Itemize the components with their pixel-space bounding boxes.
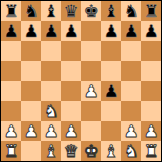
square-h2[interactable]: ♟: [141, 121, 161, 141]
square-f7[interactable]: ♟: [101, 21, 121, 41]
square-b3[interactable]: [21, 101, 41, 121]
square-c1[interactable]: ♝: [41, 141, 61, 161]
square-g1[interactable]: ♞: [121, 141, 141, 161]
square-c7[interactable]: ♟: [41, 21, 61, 41]
black-bishop[interactable]: ♝: [103, 1, 118, 21]
square-h3[interactable]: [141, 101, 161, 121]
square-h6[interactable]: [141, 41, 161, 61]
black-king[interactable]: ♚: [83, 1, 98, 21]
square-c5[interactable]: [41, 61, 61, 81]
square-a2[interactable]: ♟: [1, 121, 21, 141]
square-e7[interactable]: [81, 21, 101, 41]
square-b1[interactable]: [21, 141, 41, 161]
white-knight[interactable]: ♞: [123, 141, 138, 161]
square-b4[interactable]: [21, 81, 41, 101]
square-g3[interactable]: [121, 101, 141, 121]
black-pawn[interactable]: ♟: [103, 81, 118, 101]
square-a3[interactable]: [1, 101, 21, 121]
square-f5[interactable]: [101, 61, 121, 81]
square-f3[interactable]: [101, 101, 121, 121]
square-f4[interactable]: ♟: [101, 81, 121, 101]
square-c4[interactable]: [41, 81, 61, 101]
square-e2[interactable]: [81, 121, 101, 141]
black-rook[interactable]: ♜: [3, 1, 18, 21]
black-pawn[interactable]: ♟: [63, 21, 78, 41]
square-e4[interactable]: ♟: [81, 81, 101, 101]
white-king[interactable]: ♚: [83, 141, 98, 161]
square-g4[interactable]: [121, 81, 141, 101]
square-e5[interactable]: [81, 61, 101, 81]
white-bishop[interactable]: ♝: [43, 141, 58, 161]
square-d4[interactable]: [61, 81, 81, 101]
square-g2[interactable]: ♟: [121, 121, 141, 141]
white-rook[interactable]: ♜: [143, 141, 158, 161]
square-c6[interactable]: [41, 41, 61, 61]
square-a8[interactable]: ♜: [1, 1, 21, 21]
chess-board-grid: ♜♞♝♛♚♝♞♜♟♟♟♟♟♟♟♟♟♞♟♟♟♟♟♟♜♝♛♚♝♞♜: [1, 1, 161, 161]
square-d1[interactable]: ♛: [61, 141, 81, 161]
square-d5[interactable]: [61, 61, 81, 81]
white-rook[interactable]: ♜: [3, 141, 18, 161]
square-g8[interactable]: ♞: [121, 1, 141, 21]
square-d2[interactable]: ♟: [61, 121, 81, 141]
square-d6[interactable]: [61, 41, 81, 61]
white-pawn[interactable]: ♟: [23, 121, 38, 141]
square-d3[interactable]: [61, 101, 81, 121]
square-b7[interactable]: ♟: [21, 21, 41, 41]
black-pawn[interactable]: ♟: [3, 21, 18, 41]
square-c3[interactable]: ♞: [41, 101, 61, 121]
black-pawn[interactable]: ♟: [123, 21, 138, 41]
square-b2[interactable]: ♟: [21, 121, 41, 141]
white-bishop[interactable]: ♝: [103, 141, 118, 161]
square-a4[interactable]: [1, 81, 21, 101]
square-a6[interactable]: [1, 41, 21, 61]
square-f2[interactable]: [101, 121, 121, 141]
chess-board: ♜♞♝♛♚♝♞♜♟♟♟♟♟♟♟♟♟♞♟♟♟♟♟♟♜♝♛♚♝♞♜: [0, 0, 162, 162]
square-c8[interactable]: ♝: [41, 1, 61, 21]
square-d8[interactable]: ♛: [61, 1, 81, 21]
square-h5[interactable]: [141, 61, 161, 81]
square-b6[interactable]: [21, 41, 41, 61]
black-pawn[interactable]: ♟: [23, 21, 38, 41]
black-knight[interactable]: ♞: [23, 1, 38, 21]
square-c2[interactable]: ♟: [41, 121, 61, 141]
black-pawn[interactable]: ♟: [43, 21, 58, 41]
square-h4[interactable]: [141, 81, 161, 101]
square-h1[interactable]: ♜: [141, 141, 161, 161]
black-queen[interactable]: ♛: [63, 1, 78, 21]
white-queen[interactable]: ♛: [63, 141, 78, 161]
white-pawn[interactable]: ♟: [63, 121, 78, 141]
white-pawn[interactable]: ♟: [3, 121, 18, 141]
white-knight[interactable]: ♞: [43, 101, 58, 121]
square-f8[interactable]: ♝: [101, 1, 121, 21]
square-h7[interactable]: ♟: [141, 21, 161, 41]
black-rook[interactable]: ♜: [143, 1, 158, 21]
white-pawn[interactable]: ♟: [43, 121, 58, 141]
square-h8[interactable]: ♜: [141, 1, 161, 21]
square-e1[interactable]: ♚: [81, 141, 101, 161]
square-g6[interactable]: [121, 41, 141, 61]
square-a1[interactable]: ♜: [1, 141, 21, 161]
square-a7[interactable]: ♟: [1, 21, 21, 41]
white-pawn[interactable]: ♟: [83, 81, 98, 101]
white-pawn[interactable]: ♟: [123, 121, 138, 141]
square-e3[interactable]: [81, 101, 101, 121]
square-g7[interactable]: ♟: [121, 21, 141, 41]
black-pawn[interactable]: ♟: [103, 21, 118, 41]
square-g5[interactable]: [121, 61, 141, 81]
square-b8[interactable]: ♞: [21, 1, 41, 21]
black-pawn[interactable]: ♟: [143, 21, 158, 41]
square-a5[interactable]: [1, 61, 21, 81]
square-d7[interactable]: ♟: [61, 21, 81, 41]
square-e8[interactable]: ♚: [81, 1, 101, 21]
white-pawn[interactable]: ♟: [143, 121, 158, 141]
square-e6[interactable]: [81, 41, 101, 61]
black-bishop[interactable]: ♝: [43, 1, 58, 21]
square-f6[interactable]: [101, 41, 121, 61]
black-knight[interactable]: ♞: [123, 1, 138, 21]
square-f1[interactable]: ♝: [101, 141, 121, 161]
square-b5[interactable]: [21, 61, 41, 81]
